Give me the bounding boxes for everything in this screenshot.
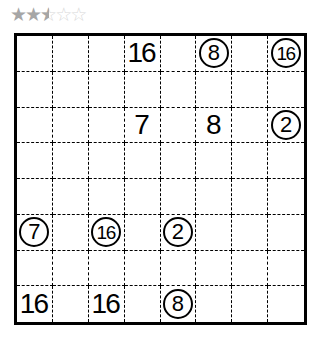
cell-r3c4[interactable]: 7 (125, 108, 161, 144)
cell-r3c3[interactable] (89, 108, 125, 144)
cell-r2c5[interactable] (161, 72, 197, 108)
cell-r7c6[interactable] (196, 251, 232, 287)
clue-number: 8 (208, 42, 220, 64)
puzzle-page: ★★☆★☆☆ 16816782716216168 (0, 0, 324, 342)
star-icon-5-empty: ☆ (70, 4, 87, 25)
cell-r1c2[interactable] (53, 36, 89, 72)
cell-r6c8[interactable] (268, 215, 304, 251)
circled-clue: 16 (271, 38, 301, 68)
difficulty-rating: ★★☆★☆☆ (10, 4, 85, 25)
cell-r8c6[interactable] (196, 286, 232, 322)
cell-r4c6[interactable] (196, 143, 232, 179)
cell-r8c2[interactable] (53, 286, 89, 322)
clue-number: 8 (206, 111, 222, 139)
circled-clue: 8 (163, 289, 193, 319)
cell-r5c7[interactable] (232, 179, 268, 215)
cell-r5c2[interactable] (53, 179, 89, 215)
star-icon-3-half: ☆★ (40, 4, 57, 25)
cell-r5c3[interactable] (89, 179, 125, 215)
cell-r3c7[interactable] (232, 108, 268, 144)
cell-r1c6[interactable]: 8 (196, 36, 232, 72)
cell-r5c6[interactable] (196, 179, 232, 215)
cell-r2c8[interactable] (268, 72, 304, 108)
circled-clue: 2 (271, 110, 301, 140)
cell-r8c5[interactable]: 8 (161, 286, 197, 322)
cell-r2c3[interactable] (89, 72, 125, 108)
cell-r2c4[interactable] (125, 72, 161, 108)
cell-r2c6[interactable] (196, 72, 232, 108)
circled-clue: 8 (199, 38, 229, 68)
cell-r3c2[interactable] (53, 108, 89, 144)
cell-r7c1[interactable] (17, 251, 53, 287)
cell-r1c8[interactable]: 16 (268, 36, 304, 72)
cell-r7c2[interactable] (53, 251, 89, 287)
cell-r5c4[interactable] (125, 179, 161, 215)
clue-number: 16 (276, 44, 294, 63)
cell-r5c5[interactable] (161, 179, 197, 215)
cell-r8c8[interactable] (268, 286, 304, 322)
cell-r1c5[interactable] (161, 36, 197, 72)
cell-r6c4[interactable] (125, 215, 161, 251)
clue-number: 16 (127, 39, 154, 67)
clue-number: 7 (28, 221, 40, 243)
cell-r7c8[interactable] (268, 251, 304, 287)
cell-r8c3[interactable]: 16 (89, 286, 125, 322)
cell-r3c5[interactable] (161, 108, 197, 144)
cell-r4c4[interactable] (125, 143, 161, 179)
cell-r1c3[interactable] (89, 36, 125, 72)
clue-number: 16 (92, 290, 119, 318)
cell-r5c8[interactable] (268, 179, 304, 215)
cell-r8c7[interactable] (232, 286, 268, 322)
cell-r2c7[interactable] (232, 72, 268, 108)
circled-clue: 2 (163, 217, 193, 247)
cell-r4c7[interactable] (232, 143, 268, 179)
clue-number: 8 (172, 293, 184, 315)
circled-clue: 7 (19, 217, 49, 247)
cell-r3c6[interactable]: 8 (196, 108, 232, 144)
cell-r1c7[interactable] (232, 36, 268, 72)
cell-r7c7[interactable] (232, 251, 268, 287)
cell-r6c1[interactable]: 7 (17, 215, 53, 251)
cell-r6c7[interactable] (232, 215, 268, 251)
cell-r4c8[interactable] (268, 143, 304, 179)
circled-clue: 16 (91, 217, 121, 247)
cell-r6c2[interactable] (53, 215, 89, 251)
cell-r7c3[interactable] (89, 251, 125, 287)
cell-r1c1[interactable] (17, 36, 53, 72)
cell-r4c2[interactable] (53, 143, 89, 179)
cell-r1c4[interactable]: 16 (125, 36, 161, 72)
cell-r8c4[interactable] (125, 286, 161, 322)
cell-r7c5[interactable] (161, 251, 197, 287)
cell-r6c5[interactable]: 2 (161, 215, 197, 251)
cell-r2c1[interactable] (17, 72, 53, 108)
cell-r3c8[interactable]: 2 (268, 108, 304, 144)
clue-number: 16 (20, 290, 47, 318)
cell-r4c5[interactable] (161, 143, 197, 179)
clue-number: 16 (97, 223, 115, 242)
puzzle-board: 16816782716216168 (14, 33, 307, 325)
star-half-fill: ★ (40, 4, 49, 25)
cell-r2c2[interactable] (53, 72, 89, 108)
cell-r7c4[interactable] (125, 251, 161, 287)
cell-r5c1[interactable] (17, 179, 53, 215)
cell-r8c1[interactable]: 16 (17, 286, 53, 322)
cell-r4c1[interactable] (17, 143, 53, 179)
cell-r4c3[interactable] (89, 143, 125, 179)
clue-number: 2 (280, 114, 292, 136)
clue-number: 2 (172, 221, 184, 243)
cell-r6c6[interactable] (196, 215, 232, 251)
cell-r3c1[interactable] (17, 108, 53, 144)
cell-r6c3[interactable]: 16 (89, 215, 125, 251)
clue-number: 7 (134, 111, 150, 139)
